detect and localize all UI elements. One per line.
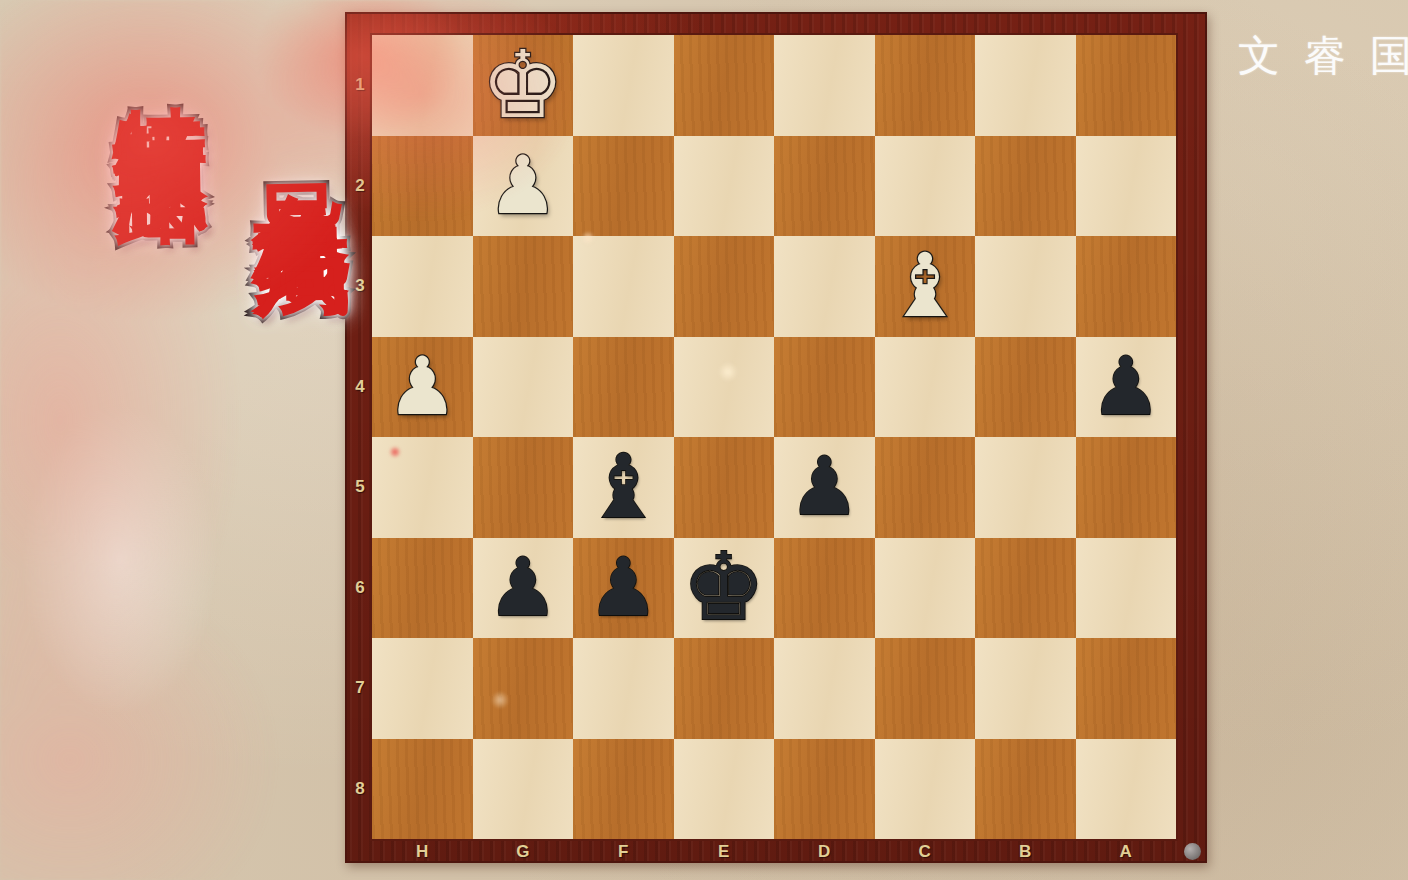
square-g3: [473, 236, 574, 337]
square-g5: [473, 437, 574, 538]
square-e7: [674, 638, 775, 739]
file-label-g: G: [516, 842, 529, 862]
square-c8: [875, 739, 976, 840]
square-a2: [1076, 136, 1177, 237]
square-b6: [975, 538, 1076, 639]
file-label-d: D: [818, 842, 830, 862]
square-f4: [573, 337, 674, 438]
square-h1: [372, 35, 473, 136]
square-e8: [674, 739, 775, 840]
square-b4: [975, 337, 1076, 438]
square-d4: [774, 337, 875, 438]
square-f2: [573, 136, 674, 237]
black-bishop: ♝: [584, 443, 663, 531]
black-pawn: ♟: [587, 548, 659, 628]
rank-label-2: 2: [355, 176, 364, 196]
square-b5: [975, 437, 1076, 538]
watermark-text: 文睿国: [1238, 28, 1408, 84]
square-f7: [573, 638, 674, 739]
rank-label-1: 1: [355, 75, 364, 95]
file-label-e: E: [718, 842, 729, 862]
square-h5: [372, 437, 473, 538]
black-king: ♚: [682, 541, 765, 634]
square-e4: [674, 337, 775, 438]
square-h2: [372, 136, 473, 237]
square-g2: ♟: [473, 136, 574, 237]
square-f6: ♟: [573, 538, 674, 639]
square-f1: [573, 35, 674, 136]
square-f8: [573, 739, 674, 840]
square-c7: [875, 638, 976, 739]
square-f5: ♝: [573, 437, 674, 538]
square-h4: ♟: [372, 337, 473, 438]
square-c1: [875, 35, 976, 136]
square-a6: [1076, 538, 1177, 639]
square-b1: [975, 35, 1076, 136]
square-a4: ♟: [1076, 337, 1177, 438]
square-c5: [875, 437, 976, 538]
corner-dot: [1184, 843, 1201, 860]
white-pawn: ♟: [386, 347, 458, 427]
square-e2: [674, 136, 775, 237]
chess-board: ♚♟♝♟♟♝♟♟♟♚ 12345678HGFEDCBA: [345, 12, 1207, 863]
rank-label-8: 8: [355, 779, 364, 799]
rank-label-4: 4: [355, 377, 364, 397]
square-f3: [573, 236, 674, 337]
black-pawn: ♟: [788, 447, 860, 527]
square-b7: [975, 638, 1076, 739]
square-c3: ♝: [875, 236, 976, 337]
square-d6: [774, 538, 875, 639]
square-a8: [1076, 739, 1177, 840]
file-label-f: F: [618, 842, 628, 862]
rank-label-7: 7: [355, 678, 364, 698]
board-grid: ♚♟♝♟♟♝♟♟♟♚: [372, 35, 1176, 839]
square-c4: [875, 337, 976, 438]
square-g7: [473, 638, 574, 739]
square-e1: [674, 35, 775, 136]
square-d7: [774, 638, 875, 739]
square-g6: ♟: [473, 538, 574, 639]
title-sub-column: 异色格象残局: [234, 105, 366, 161]
square-a1: [1076, 35, 1177, 136]
rank-label-3: 3: [355, 276, 364, 296]
square-b8: [975, 739, 1076, 840]
square-a5: [1076, 437, 1177, 538]
white-king: ♚: [481, 39, 564, 132]
square-g8: [473, 739, 574, 840]
square-e6: ♚: [674, 538, 775, 639]
square-c2: [875, 136, 976, 237]
square-d5: ♟: [774, 437, 875, 538]
square-b2: [975, 136, 1076, 237]
square-h7: [372, 638, 473, 739]
rank-label-5: 5: [355, 477, 364, 497]
square-d8: [774, 739, 875, 840]
black-pawn: ♟: [487, 548, 559, 628]
square-g4: [473, 337, 574, 438]
file-label-b: B: [1019, 842, 1031, 862]
page: ♚♟♝♟♟♝♟♟♟♚ 12345678HGFEDCBA 特级大师细腻思路 异色格…: [0, 0, 1408, 880]
square-c6: [875, 538, 976, 639]
file-label-h: H: [416, 842, 428, 862]
square-d3: [774, 236, 875, 337]
file-label-c: C: [919, 842, 931, 862]
square-a7: [1076, 638, 1177, 739]
white-bishop: ♝: [885, 242, 964, 330]
black-pawn: ♟: [1090, 347, 1162, 427]
square-d2: [774, 136, 875, 237]
square-g1: ♚: [473, 35, 574, 136]
title-main-column: 特级大师细腻思路: [96, 29, 224, 87]
square-h8: [372, 739, 473, 840]
square-e3: [674, 236, 775, 337]
file-label-a: A: [1120, 842, 1132, 862]
square-h6: [372, 538, 473, 639]
white-pawn: ♟: [487, 146, 559, 226]
rank-label-6: 6: [355, 578, 364, 598]
square-d1: [774, 35, 875, 136]
square-h3: [372, 236, 473, 337]
square-b3: [975, 236, 1076, 337]
square-e5: [674, 437, 775, 538]
square-a3: [1076, 236, 1177, 337]
